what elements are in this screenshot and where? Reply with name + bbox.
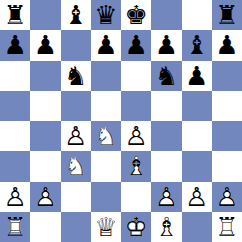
square-b2[interactable]: ♟♙ <box>30 182 60 212</box>
square-h3[interactable] <box>212 151 242 181</box>
square-a3[interactable] <box>0 151 30 181</box>
square-f4[interactable] <box>151 121 181 151</box>
white-pawn-fill: ♟ <box>121 121 151 151</box>
black-king: ♚ <box>121 0 151 30</box>
white-pawn: ♙ <box>212 182 242 212</box>
square-g5[interactable] <box>182 91 212 121</box>
square-b8[interactable] <box>30 0 60 30</box>
white-rook-fill: ♜ <box>0 212 30 242</box>
square-c4[interactable]: ♟♙ <box>61 121 91 151</box>
white-pawn: ♙ <box>151 182 181 212</box>
white-king-fill: ♚ <box>121 212 151 242</box>
white-pawn-fill: ♟ <box>182 182 212 212</box>
black-rook: ♜ <box>0 0 30 30</box>
square-g6[interactable]: ♟ <box>182 61 212 91</box>
square-a2[interactable]: ♟♙ <box>0 182 30 212</box>
square-d2[interactable] <box>91 182 121 212</box>
black-pawn: ♟ <box>212 30 242 60</box>
square-f5[interactable] <box>151 91 181 121</box>
white-pawn-fill: ♟ <box>0 182 30 212</box>
black-pawn: ♟ <box>0 30 30 60</box>
square-f8[interactable] <box>151 0 181 30</box>
white-queen: ♕ <box>91 212 121 242</box>
white-bishop-fill: ♝ <box>151 212 181 242</box>
square-f1[interactable]: ♝♗ <box>151 212 181 242</box>
white-pawn: ♙ <box>61 121 91 151</box>
white-knight: ♘ <box>61 151 91 181</box>
square-a6[interactable] <box>0 61 30 91</box>
white-pawn-fill: ♟ <box>212 182 242 212</box>
white-pawn: ♙ <box>30 182 60 212</box>
white-pawn: ♙ <box>0 182 30 212</box>
square-e5[interactable] <box>121 91 151 121</box>
white-rook-fill: ♜ <box>212 212 242 242</box>
square-h4[interactable] <box>212 121 242 151</box>
square-b5[interactable] <box>30 91 60 121</box>
square-f2[interactable]: ♟♙ <box>151 182 181 212</box>
square-f7[interactable]: ♟ <box>151 30 181 60</box>
white-rook: ♖ <box>212 212 242 242</box>
square-h2[interactable]: ♟♙ <box>212 182 242 212</box>
black-bishop: ♝ <box>182 30 212 60</box>
black-pawn: ♟ <box>91 30 121 60</box>
square-c3[interactable]: ♞♘ <box>61 151 91 181</box>
white-pawn: ♙ <box>182 182 212 212</box>
square-f3[interactable] <box>151 151 181 181</box>
white-pawn-fill: ♟ <box>151 182 181 212</box>
white-knight-fill: ♞ <box>61 151 91 181</box>
square-g1[interactable] <box>182 212 212 242</box>
square-e2[interactable] <box>121 182 151 212</box>
square-a5[interactable] <box>0 91 30 121</box>
square-g7[interactable]: ♝ <box>182 30 212 60</box>
white-knight: ♘ <box>91 121 121 151</box>
square-a8[interactable]: ♜ <box>0 0 30 30</box>
white-pawn: ♙ <box>121 121 151 151</box>
square-g3[interactable] <box>182 151 212 181</box>
black-queen: ♛ <box>91 0 121 30</box>
square-b4[interactable] <box>30 121 60 151</box>
square-c1[interactable] <box>61 212 91 242</box>
black-bishop: ♝ <box>61 0 91 30</box>
black-pawn: ♟ <box>151 30 181 60</box>
square-h1[interactable]: ♜♖ <box>212 212 242 242</box>
white-queen-fill: ♛ <box>91 212 121 242</box>
black-knight: ♞ <box>61 61 91 91</box>
square-d8[interactable]: ♛ <box>91 0 121 30</box>
square-c8[interactable]: ♝ <box>61 0 91 30</box>
white-bishop-fill: ♝ <box>121 151 151 181</box>
square-g4[interactable] <box>182 121 212 151</box>
square-g2[interactable]: ♟♙ <box>182 182 212 212</box>
chess-board: ♜♝♛♚♜♟♟♟♟♟♝♟♞♞♟♟♙♞♘♟♙♞♘♝♗♟♙♟♙♟♙♟♙♟♙♜♖♛♕♚… <box>0 0 242 242</box>
square-a7[interactable]: ♟ <box>0 30 30 60</box>
square-d4[interactable]: ♞♘ <box>91 121 121 151</box>
square-e4[interactable]: ♟♙ <box>121 121 151 151</box>
white-bishop: ♗ <box>151 212 181 242</box>
square-f6[interactable]: ♞ <box>151 61 181 91</box>
square-c6[interactable]: ♞ <box>61 61 91 91</box>
square-h6[interactable] <box>212 61 242 91</box>
black-pawn: ♟ <box>182 61 212 91</box>
square-b6[interactable] <box>30 61 60 91</box>
square-e6[interactable] <box>121 61 151 91</box>
black-knight: ♞ <box>151 61 181 91</box>
square-e7[interactable]: ♟ <box>121 30 151 60</box>
square-g8[interactable] <box>182 0 212 30</box>
square-h5[interactable] <box>212 91 242 121</box>
square-c7[interactable] <box>61 30 91 60</box>
square-h8[interactable]: ♜ <box>212 0 242 30</box>
square-d7[interactable]: ♟ <box>91 30 121 60</box>
square-d6[interactable] <box>91 61 121 91</box>
square-b3[interactable] <box>30 151 60 181</box>
square-h7[interactable]: ♟ <box>212 30 242 60</box>
square-c5[interactable] <box>61 91 91 121</box>
square-e8[interactable]: ♚ <box>121 0 151 30</box>
white-king: ♔ <box>121 212 151 242</box>
square-c2[interactable] <box>61 182 91 212</box>
square-d3[interactable] <box>91 151 121 181</box>
square-d1[interactable]: ♛♕ <box>91 212 121 242</box>
square-e3[interactable]: ♝♗ <box>121 151 151 181</box>
white-bishop: ♗ <box>121 151 151 181</box>
square-b7[interactable]: ♟ <box>30 30 60 60</box>
white-rook: ♖ <box>0 212 30 242</box>
square-a1[interactable]: ♜♖ <box>0 212 30 242</box>
black-pawn: ♟ <box>30 30 60 60</box>
square-b1[interactable] <box>30 212 60 242</box>
square-a4[interactable] <box>0 121 30 151</box>
white-knight-fill: ♞ <box>91 121 121 151</box>
black-rook: ♜ <box>212 0 242 30</box>
white-pawn-fill: ♟ <box>61 121 91 151</box>
black-pawn: ♟ <box>121 30 151 60</box>
white-pawn-fill: ♟ <box>30 182 60 212</box>
square-d5[interactable] <box>91 91 121 121</box>
square-e1[interactable]: ♚♔ <box>121 212 151 242</box>
